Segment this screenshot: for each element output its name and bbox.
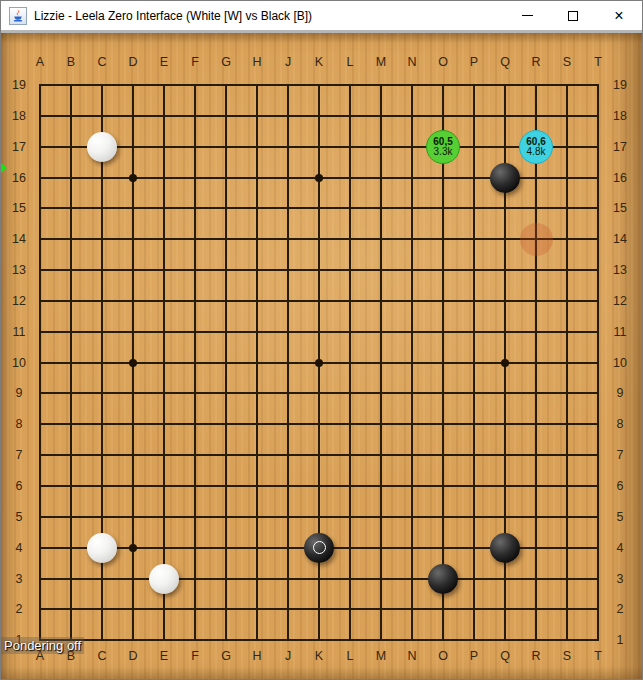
intersection-k1[interactable] — [304, 625, 335, 656]
intersection-j18[interactable] — [273, 100, 304, 131]
intersection-o15[interactable] — [428, 193, 459, 224]
intersection-q1[interactable] — [490, 625, 521, 656]
intersection-q11[interactable] — [490, 316, 521, 347]
intersection-g7[interactable] — [211, 440, 242, 471]
intersection-s19[interactable] — [552, 70, 583, 101]
intersection-k6[interactable] — [304, 471, 335, 502]
intersection-r12[interactable] — [521, 286, 552, 317]
intersection-c18[interactable] — [87, 100, 118, 131]
intersection-d14[interactable] — [118, 224, 149, 255]
intersection-g6[interactable] — [211, 471, 242, 502]
intersection-p10[interactable] — [459, 347, 490, 378]
intersection-e15[interactable] — [149, 193, 180, 224]
intersection-r17[interactable]: 60,64.8k — [521, 131, 552, 162]
intersection-k16[interactable] — [304, 162, 335, 193]
intersection-p7[interactable] — [459, 440, 490, 471]
intersection-c17[interactable] — [87, 131, 118, 162]
intersection-g3[interactable] — [211, 563, 242, 594]
intersection-l6[interactable] — [335, 471, 366, 502]
intersection-t19[interactable] — [583, 70, 614, 101]
intersection-s13[interactable] — [552, 255, 583, 286]
intersection-g5[interactable] — [211, 501, 242, 532]
intersection-l15[interactable] — [335, 193, 366, 224]
intersection-h8[interactable] — [242, 409, 273, 440]
intersection-f6[interactable] — [180, 471, 211, 502]
intersection-t11[interactable] — [583, 316, 614, 347]
intersection-t13[interactable] — [583, 255, 614, 286]
intersection-j15[interactable] — [273, 193, 304, 224]
intersection-p12[interactable] — [459, 286, 490, 317]
intersection-k18[interactable] — [304, 100, 335, 131]
intersection-d9[interactable] — [118, 378, 149, 409]
intersection-g12[interactable] — [211, 286, 242, 317]
intersection-r14[interactable] — [521, 224, 552, 255]
intersection-k13[interactable] — [304, 255, 335, 286]
intersection-c3[interactable] — [87, 563, 118, 594]
intersection-q17[interactable] — [490, 131, 521, 162]
intersection-t6[interactable] — [583, 471, 614, 502]
intersection-o7[interactable] — [428, 440, 459, 471]
intersection-q13[interactable] — [490, 255, 521, 286]
intersection-c2[interactable] — [87, 594, 118, 625]
intersection-t5[interactable] — [583, 501, 614, 532]
intersection-c11[interactable] — [87, 316, 118, 347]
intersection-s7[interactable] — [552, 440, 583, 471]
intersection-h19[interactable] — [242, 70, 273, 101]
intersection-d19[interactable] — [118, 70, 149, 101]
intersection-b5[interactable] — [56, 501, 87, 532]
intersection-k11[interactable] — [304, 316, 335, 347]
intersection-r2[interactable] — [521, 594, 552, 625]
intersection-h13[interactable] — [242, 255, 273, 286]
intersection-e8[interactable] — [149, 409, 180, 440]
intersection-a6[interactable] — [25, 471, 56, 502]
intersection-t17[interactable] — [583, 131, 614, 162]
intersection-l18[interactable] — [335, 100, 366, 131]
intersection-n2[interactable] — [397, 594, 428, 625]
intersection-s5[interactable] — [552, 501, 583, 532]
intersection-m12[interactable] — [366, 286, 397, 317]
intersection-m17[interactable] — [366, 131, 397, 162]
intersection-o3[interactable] — [428, 563, 459, 594]
intersection-m13[interactable] — [366, 255, 397, 286]
intersection-p18[interactable] — [459, 100, 490, 131]
intersection-f14[interactable] — [180, 224, 211, 255]
intersection-a19[interactable] — [25, 70, 56, 101]
intersection-a14[interactable] — [25, 224, 56, 255]
intersection-b10[interactable] — [56, 347, 87, 378]
intersection-b11[interactable] — [56, 316, 87, 347]
intersection-r8[interactable] — [521, 409, 552, 440]
intersection-o19[interactable] — [428, 70, 459, 101]
intersection-t4[interactable] — [583, 532, 614, 563]
intersection-t1[interactable] — [583, 625, 614, 656]
intersection-c4[interactable] — [87, 532, 118, 563]
intersection-p13[interactable] — [459, 255, 490, 286]
intersection-r15[interactable] — [521, 193, 552, 224]
intersection-s12[interactable] — [552, 286, 583, 317]
intersection-s4[interactable] — [552, 532, 583, 563]
intersection-r11[interactable] — [521, 316, 552, 347]
intersection-b2[interactable] — [56, 594, 87, 625]
intersection-p11[interactable] — [459, 316, 490, 347]
intersection-g18[interactable] — [211, 100, 242, 131]
intersection-t14[interactable] — [583, 224, 614, 255]
intersection-s9[interactable] — [552, 378, 583, 409]
intersection-o14[interactable] — [428, 224, 459, 255]
intersection-n8[interactable] — [397, 409, 428, 440]
intersection-m14[interactable] — [366, 224, 397, 255]
intersection-j12[interactable] — [273, 286, 304, 317]
analysis-candidate-o17[interactable]: 60,53.3k — [426, 130, 460, 164]
intersection-p3[interactable] — [459, 563, 490, 594]
intersection-h4[interactable] — [242, 532, 273, 563]
intersection-c6[interactable] — [87, 471, 118, 502]
intersection-j9[interactable] — [273, 378, 304, 409]
intersection-n18[interactable] — [397, 100, 428, 131]
intersection-a11[interactable] — [25, 316, 56, 347]
intersection-q14[interactable] — [490, 224, 521, 255]
intersection-l16[interactable] — [335, 162, 366, 193]
intersection-k3[interactable] — [304, 563, 335, 594]
intersection-a5[interactable] — [25, 501, 56, 532]
intersection-e5[interactable] — [149, 501, 180, 532]
intersection-b13[interactable] — [56, 255, 87, 286]
intersection-e7[interactable] — [149, 440, 180, 471]
intersection-t3[interactable] — [583, 563, 614, 594]
intersection-s10[interactable] — [552, 347, 583, 378]
intersection-c7[interactable] — [87, 440, 118, 471]
intersection-r13[interactable] — [521, 255, 552, 286]
intersection-l17[interactable] — [335, 131, 366, 162]
intersection-m9[interactable] — [366, 378, 397, 409]
intersection-g9[interactable] — [211, 378, 242, 409]
intersection-b4[interactable] — [56, 532, 87, 563]
intersection-t12[interactable] — [583, 286, 614, 317]
intersection-q10[interactable] — [490, 347, 521, 378]
intersection-q6[interactable] — [490, 471, 521, 502]
intersection-q8[interactable] — [490, 409, 521, 440]
intersection-t8[interactable] — [583, 409, 614, 440]
intersection-s1[interactable] — [552, 625, 583, 656]
intersection-l4[interactable] — [335, 532, 366, 563]
intersection-s2[interactable] — [552, 594, 583, 625]
intersection-f17[interactable] — [180, 131, 211, 162]
intersection-c8[interactable] — [87, 409, 118, 440]
intersection-k2[interactable] — [304, 594, 335, 625]
intersection-f13[interactable] — [180, 255, 211, 286]
intersection-e9[interactable] — [149, 378, 180, 409]
intersection-h18[interactable] — [242, 100, 273, 131]
intersection-p8[interactable] — [459, 409, 490, 440]
intersection-h15[interactable] — [242, 193, 273, 224]
intersection-f8[interactable] — [180, 409, 211, 440]
intersection-f9[interactable] — [180, 378, 211, 409]
intersection-b16[interactable] — [56, 162, 87, 193]
intersection-m1[interactable] — [366, 625, 397, 656]
intersection-d18[interactable] — [118, 100, 149, 131]
intersection-q7[interactable] — [490, 440, 521, 471]
intersection-o4[interactable] — [428, 532, 459, 563]
intersection-e2[interactable] — [149, 594, 180, 625]
intersection-k9[interactable] — [304, 378, 335, 409]
intersection-e17[interactable] — [149, 131, 180, 162]
close-button[interactable]: × — [596, 1, 642, 30]
intersection-g10[interactable] — [211, 347, 242, 378]
intersection-k10[interactable] — [304, 347, 335, 378]
intersection-m15[interactable] — [366, 193, 397, 224]
intersection-o6[interactable] — [428, 471, 459, 502]
intersection-j14[interactable] — [273, 224, 304, 255]
intersection-b15[interactable] — [56, 193, 87, 224]
intersection-o12[interactable] — [428, 286, 459, 317]
intersection-d17[interactable] — [118, 131, 149, 162]
intersection-k19[interactable] — [304, 70, 335, 101]
intersection-l19[interactable] — [335, 70, 366, 101]
intersection-c9[interactable] — [87, 378, 118, 409]
intersection-o9[interactable] — [428, 378, 459, 409]
intersection-k7[interactable] — [304, 440, 335, 471]
intersection-a7[interactable] — [25, 440, 56, 471]
intersection-n15[interactable] — [397, 193, 428, 224]
intersection-g16[interactable] — [211, 162, 242, 193]
intersection-h7[interactable] — [242, 440, 273, 471]
intersection-t2[interactable] — [583, 594, 614, 625]
intersection-d10[interactable] — [118, 347, 149, 378]
intersection-n12[interactable] — [397, 286, 428, 317]
intersection-r1[interactable] — [521, 625, 552, 656]
intersection-q2[interactable] — [490, 594, 521, 625]
intersection-a3[interactable] — [25, 563, 56, 594]
intersection-j13[interactable] — [273, 255, 304, 286]
intersection-p19[interactable] — [459, 70, 490, 101]
intersection-n5[interactable] — [397, 501, 428, 532]
intersection-o2[interactable] — [428, 594, 459, 625]
intersection-j8[interactable] — [273, 409, 304, 440]
intersection-f3[interactable] — [180, 563, 211, 594]
intersection-q3[interactable] — [490, 563, 521, 594]
intersection-s11[interactable] — [552, 316, 583, 347]
intersection-b6[interactable] — [56, 471, 87, 502]
intersection-f5[interactable] — [180, 501, 211, 532]
intersection-c15[interactable] — [87, 193, 118, 224]
intersection-m5[interactable] — [366, 501, 397, 532]
intersection-e12[interactable] — [149, 286, 180, 317]
intersection-k12[interactable] — [304, 286, 335, 317]
intersection-p15[interactable] — [459, 193, 490, 224]
intersection-n10[interactable] — [397, 347, 428, 378]
intersection-j2[interactable] — [273, 594, 304, 625]
intersection-b17[interactable] — [56, 131, 87, 162]
intersection-p16[interactable] — [459, 162, 490, 193]
intersection-b18[interactable] — [56, 100, 87, 131]
intersection-q12[interactable] — [490, 286, 521, 317]
intersection-d11[interactable] — [118, 316, 149, 347]
intersection-n14[interactable] — [397, 224, 428, 255]
intersection-r7[interactable] — [521, 440, 552, 471]
intersection-n16[interactable] — [397, 162, 428, 193]
intersection-n3[interactable] — [397, 563, 428, 594]
intersection-n4[interactable] — [397, 532, 428, 563]
intersection-f7[interactable] — [180, 440, 211, 471]
intersection-n17[interactable] — [397, 131, 428, 162]
intersection-l13[interactable] — [335, 255, 366, 286]
intersection-j3[interactable] — [273, 563, 304, 594]
intersection-b3[interactable] — [56, 563, 87, 594]
intersection-d8[interactable] — [118, 409, 149, 440]
intersection-f1[interactable] — [180, 625, 211, 656]
intersection-c16[interactable] — [87, 162, 118, 193]
intersection-o18[interactable] — [428, 100, 459, 131]
intersection-c5[interactable] — [87, 501, 118, 532]
intersection-b7[interactable] — [56, 440, 87, 471]
intersection-g14[interactable] — [211, 224, 242, 255]
intersection-e18[interactable] — [149, 100, 180, 131]
intersection-d7[interactable] — [118, 440, 149, 471]
intersection-m18[interactable] — [366, 100, 397, 131]
intersection-s15[interactable] — [552, 193, 583, 224]
intersection-a17[interactable] — [25, 131, 56, 162]
intersection-r5[interactable] — [521, 501, 552, 532]
intersection-m7[interactable] — [366, 440, 397, 471]
intersection-m2[interactable] — [366, 594, 397, 625]
intersection-n6[interactable] — [397, 471, 428, 502]
intersection-n11[interactable] — [397, 316, 428, 347]
intersection-a15[interactable] — [25, 193, 56, 224]
intersection-d6[interactable] — [118, 471, 149, 502]
intersection-m10[interactable] — [366, 347, 397, 378]
intersection-l9[interactable] — [335, 378, 366, 409]
intersection-h6[interactable] — [242, 471, 273, 502]
intersection-m19[interactable] — [366, 70, 397, 101]
intersection-s8[interactable] — [552, 409, 583, 440]
intersection-m3[interactable] — [366, 563, 397, 594]
intersection-j17[interactable] — [273, 131, 304, 162]
intersection-e3[interactable] — [149, 563, 180, 594]
intersection-l7[interactable] — [335, 440, 366, 471]
intersection-k8[interactable] — [304, 409, 335, 440]
intersection-q9[interactable] — [490, 378, 521, 409]
intersection-a13[interactable] — [25, 255, 56, 286]
intersection-e16[interactable] — [149, 162, 180, 193]
intersection-d5[interactable] — [118, 501, 149, 532]
intersection-a16[interactable] — [25, 162, 56, 193]
intersection-l11[interactable] — [335, 316, 366, 347]
intersection-j6[interactable] — [273, 471, 304, 502]
intersection-t18[interactable] — [583, 100, 614, 131]
intersection-m8[interactable] — [366, 409, 397, 440]
intersection-p14[interactable] — [459, 224, 490, 255]
intersection-a10[interactable] — [25, 347, 56, 378]
intersection-k5[interactable] — [304, 501, 335, 532]
intersection-t9[interactable] — [583, 378, 614, 409]
intersection-h9[interactable] — [242, 378, 273, 409]
intersection-l8[interactable] — [335, 409, 366, 440]
intersection-e13[interactable] — [149, 255, 180, 286]
intersection-b12[interactable] — [56, 286, 87, 317]
intersection-k14[interactable] — [304, 224, 335, 255]
intersection-t15[interactable] — [583, 193, 614, 224]
maximize-button[interactable] — [550, 1, 596, 30]
intersection-d13[interactable] — [118, 255, 149, 286]
intersection-m11[interactable] — [366, 316, 397, 347]
intersection-r19[interactable] — [521, 70, 552, 101]
intersection-p9[interactable] — [459, 378, 490, 409]
intersection-k15[interactable] — [304, 193, 335, 224]
intersection-j16[interactable] — [273, 162, 304, 193]
intersection-c19[interactable] — [87, 70, 118, 101]
intersection-g19[interactable] — [211, 70, 242, 101]
intersection-d4[interactable] — [118, 532, 149, 563]
intersection-h2[interactable] — [242, 594, 273, 625]
intersection-e19[interactable] — [149, 70, 180, 101]
intersection-p4[interactable] — [459, 532, 490, 563]
intersection-f11[interactable] — [180, 316, 211, 347]
intersection-h3[interactable] — [242, 563, 273, 594]
intersection-q4[interactable] — [490, 532, 521, 563]
intersection-n13[interactable] — [397, 255, 428, 286]
intersection-d1[interactable] — [118, 625, 149, 656]
intersection-e11[interactable] — [149, 316, 180, 347]
intersection-j10[interactable] — [273, 347, 304, 378]
intersection-h12[interactable] — [242, 286, 273, 317]
intersection-h17[interactable] — [242, 131, 273, 162]
intersection-r10[interactable] — [521, 347, 552, 378]
intersection-l10[interactable] — [335, 347, 366, 378]
intersection-g17[interactable] — [211, 131, 242, 162]
intersection-l14[interactable] — [335, 224, 366, 255]
intersection-s18[interactable] — [552, 100, 583, 131]
intersection-q18[interactable] — [490, 100, 521, 131]
intersection-j19[interactable] — [273, 70, 304, 101]
intersection-j11[interactable] — [273, 316, 304, 347]
intersection-g2[interactable] — [211, 594, 242, 625]
intersection-a4[interactable] — [25, 532, 56, 563]
intersection-g15[interactable] — [211, 193, 242, 224]
intersection-m4[interactable] — [366, 532, 397, 563]
intersection-n9[interactable] — [397, 378, 428, 409]
intersection-b8[interactable] — [56, 409, 87, 440]
intersection-p1[interactable] — [459, 625, 490, 656]
intersection-j7[interactable] — [273, 440, 304, 471]
intersection-f4[interactable] — [180, 532, 211, 563]
intersection-g11[interactable] — [211, 316, 242, 347]
intersection-b9[interactable] — [56, 378, 87, 409]
intersection-p2[interactable] — [459, 594, 490, 625]
intersection-e6[interactable] — [149, 471, 180, 502]
intersection-q5[interactable] — [490, 501, 521, 532]
intersection-g4[interactable] — [211, 532, 242, 563]
intersection-h14[interactable] — [242, 224, 273, 255]
intersection-f15[interactable] — [180, 193, 211, 224]
intersection-f18[interactable] — [180, 100, 211, 131]
intersection-g1[interactable] — [211, 625, 242, 656]
intersection-h10[interactable] — [242, 347, 273, 378]
intersection-p5[interactable] — [459, 501, 490, 532]
intersection-f19[interactable] — [180, 70, 211, 101]
intersection-q19[interactable] — [490, 70, 521, 101]
intersection-e10[interactable] — [149, 347, 180, 378]
intersection-f12[interactable] — [180, 286, 211, 317]
intersection-k17[interactable] — [304, 131, 335, 162]
intersection-a2[interactable] — [25, 594, 56, 625]
intersection-n1[interactable] — [397, 625, 428, 656]
intersection-n7[interactable] — [397, 440, 428, 471]
intersection-c14[interactable] — [87, 224, 118, 255]
intersection-o17[interactable]: 60,53.3k — [428, 131, 459, 162]
intersection-s6[interactable] — [552, 471, 583, 502]
intersection-p17[interactable] — [459, 131, 490, 162]
